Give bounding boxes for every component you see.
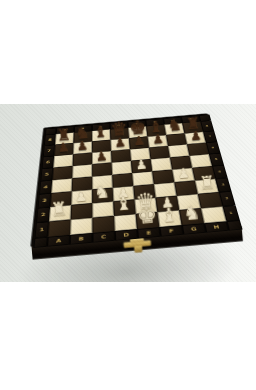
- square-c1: [92, 216, 114, 233]
- square-b6: [73, 153, 92, 166]
- coordinate-label: F: [169, 228, 174, 233]
- square-e3: [133, 184, 155, 199]
- piece-white-pawn: ♟: [161, 195, 175, 210]
- coordinate-label: 7: [47, 149, 51, 153]
- frame-right: 5: [209, 153, 224, 166]
- product-photo[interactable]: ABCDEFGH8♜♞♝♛♚♝♞♜87♟♟♟♟♟♟76♟65♟54♟43♟♞♟♜…: [0, 104, 256, 282]
- piece-white-pawn: ♟: [74, 189, 87, 204]
- coordinate-label: E: [146, 230, 151, 235]
- coordinate-label: 3: [221, 183, 225, 186]
- chess-board: ABCDEFGH8♜♞♝♛♚♝♞♜87♟♟♟♟♟♟76♟65♟54♟43♟♞♟♜…: [31, 114, 240, 247]
- square-e6: [130, 148, 150, 161]
- frame-right: 2: [219, 191, 236, 206]
- frame-corner: [33, 237, 47, 248]
- coordinate-label: D: [117, 124, 120, 126]
- square-f2: ♟: [156, 196, 180, 212]
- coordinate-label: G: [191, 226, 197, 231]
- coordinate-label: B: [78, 236, 83, 241]
- frame-right: 1: [223, 205, 240, 221]
- square-c5: [92, 163, 112, 177]
- square-c7: [92, 140, 111, 153]
- frame-right: 4: [212, 165, 228, 179]
- page: ABCDEFGH8♜♞♝♛♚♝♞♜87♟♟♟♟♟♟76♟65♟54♟43♟♞♟♜…: [0, 0, 256, 390]
- photo-scene: ABCDEFGH8♜♞♝♛♚♝♞♜87♟♟♟♟♟♟76♟65♟54♟43♟♞♟♜…: [0, 104, 256, 282]
- coordinate-label: H: [213, 224, 220, 229]
- coordinate-label: 4: [218, 170, 222, 173]
- square-d3: ♟: [113, 186, 135, 201]
- square-g5: [170, 156, 192, 170]
- coordinate-label: B: [82, 127, 85, 129]
- square-c6: ♟: [92, 151, 112, 164]
- coordinate-label: 1: [229, 212, 233, 215]
- square-g6: [168, 144, 189, 157]
- coordinate-label: C: [101, 234, 106, 239]
- square-g1: ♞: [179, 208, 204, 225]
- coordinate-label: 4: [43, 185, 48, 189]
- square-c2: [92, 201, 114, 217]
- frame-left: 6: [41, 156, 54, 169]
- square-e4: [132, 171, 154, 186]
- coordinate-label: 7: [208, 135, 211, 137]
- square-d4: [112, 173, 133, 188]
- square-b7: ♟: [73, 141, 92, 154]
- piece-black-pawn: ♟: [95, 149, 107, 163]
- coordinate-label: 8: [48, 138, 52, 142]
- piece-white-pawn: ♟: [135, 157, 148, 171]
- square-b5: [72, 164, 92, 178]
- coordinate-label: H: [189, 118, 192, 120]
- coordinate-label: A: [64, 129, 67, 131]
- square-f3: [154, 182, 177, 197]
- square-a1: [48, 220, 71, 237]
- coordinate-label: 8: [206, 125, 209, 127]
- coordinate-label: G: [171, 120, 174, 122]
- square-c3: ♞: [92, 188, 113, 203]
- square-h2: [198, 192, 223, 208]
- coordinate-label: 2: [41, 212, 46, 217]
- coordinate-label: 5: [45, 172, 49, 176]
- coordinate-label: C: [100, 126, 103, 128]
- square-g2: [177, 194, 201, 210]
- coordinate-label: 1: [39, 227, 44, 232]
- coordinate-label: 6: [46, 160, 50, 164]
- coordinate-label: 6: [211, 147, 214, 150]
- square-b4: [72, 177, 93, 192]
- frame-right: 3: [215, 178, 231, 192]
- square-a5: [52, 166, 72, 180]
- square-e5: ♟: [131, 159, 152, 173]
- square-b2: [71, 203, 93, 219]
- coordinate-label: D: [123, 232, 129, 237]
- clasp-latch: [123, 240, 151, 248]
- coordinate-label: 3: [42, 198, 47, 203]
- square-f5: [150, 157, 172, 171]
- square-d5: [112, 161, 133, 175]
- frame-left: 1: [34, 222, 49, 239]
- coordinate-label: A: [56, 238, 62, 243]
- frame-left: 3: [37, 193, 51, 208]
- frame-right: 6: [206, 142, 221, 154]
- coordinate-label: E: [135, 123, 138, 125]
- coordinate-label: 5: [215, 158, 218, 161]
- coordinate-label: 2: [225, 197, 229, 200]
- square-a6: [53, 154, 73, 167]
- piece-white-pawn: ♟: [116, 185, 129, 200]
- coordinate-label: F: [153, 121, 156, 123]
